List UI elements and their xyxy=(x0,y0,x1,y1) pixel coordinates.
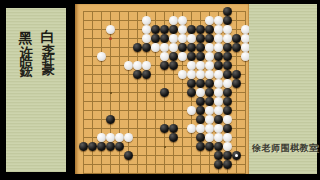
white-stone xyxy=(151,43,160,52)
white-stone xyxy=(196,61,205,70)
watermark-text: 徐老师围棋教室 xyxy=(252,142,316,155)
black-stone xyxy=(169,52,178,61)
white-stone xyxy=(214,16,223,25)
black-stone xyxy=(187,25,196,34)
black-stone xyxy=(160,25,169,34)
black-stone xyxy=(205,79,214,88)
white-stone xyxy=(214,70,223,79)
black-stone xyxy=(232,43,241,52)
white-stone xyxy=(205,133,214,142)
white-stone xyxy=(106,25,115,34)
black-stone xyxy=(187,88,196,97)
black-stone xyxy=(232,34,241,43)
white-stone xyxy=(196,124,205,133)
player-name-panel: 黑 许皓鋐 白 李轩豪 xyxy=(6,8,66,172)
black-stone xyxy=(196,115,205,124)
black-stone xyxy=(196,79,205,88)
black-stone xyxy=(133,70,142,79)
white-stone xyxy=(214,124,223,133)
white-stone xyxy=(97,133,106,142)
black-stone xyxy=(223,16,232,25)
broadcast-frame: 黑 许皓鋐 白 李轩豪 徐老师围棋教室 xyxy=(0,0,320,180)
black-stone xyxy=(223,7,232,16)
black-stone xyxy=(124,151,133,160)
white-stone xyxy=(178,34,187,43)
black-stone xyxy=(223,52,232,61)
white-stone xyxy=(187,34,196,43)
black-stone xyxy=(160,88,169,97)
white-stone xyxy=(205,43,214,52)
black-stone xyxy=(151,34,160,43)
white-stone xyxy=(214,133,223,142)
black-stone xyxy=(196,25,205,34)
black-stone xyxy=(223,70,232,79)
black-stone xyxy=(160,61,169,70)
red-dot-marker xyxy=(109,37,112,40)
white-stone xyxy=(205,61,214,70)
star-point xyxy=(164,146,166,148)
white-stone xyxy=(178,52,187,61)
black-stone xyxy=(223,124,232,133)
white-stone xyxy=(115,133,124,142)
black-stone xyxy=(223,88,232,97)
black-stone xyxy=(205,88,214,97)
black-player-column: 黑 许皓鋐 xyxy=(17,20,35,62)
white-stone xyxy=(205,106,214,115)
white-stone xyxy=(160,43,169,52)
black-stone xyxy=(205,142,214,151)
black-stone xyxy=(214,52,223,61)
white-stone xyxy=(214,97,223,106)
black-stone xyxy=(169,25,178,34)
black-stone xyxy=(115,142,124,151)
black-stone xyxy=(169,133,178,142)
white-stone xyxy=(142,25,151,34)
white-stone xyxy=(223,25,232,34)
white-stone xyxy=(214,88,223,97)
black-stone xyxy=(142,70,151,79)
black-stone xyxy=(79,142,88,151)
black-stone xyxy=(205,34,214,43)
white-stone xyxy=(106,133,115,142)
black-stone xyxy=(214,160,223,169)
white-stone xyxy=(124,61,133,70)
go-board xyxy=(75,4,249,174)
white-stone xyxy=(223,142,232,151)
black-stone xyxy=(106,142,115,151)
last-move-marker xyxy=(235,154,238,157)
star-point xyxy=(110,92,112,94)
white-stone xyxy=(223,34,232,43)
white-stone xyxy=(205,16,214,25)
white-stone xyxy=(97,52,106,61)
white-stone xyxy=(214,79,223,88)
white-stone xyxy=(223,133,232,142)
black-stone xyxy=(214,142,223,151)
black-stone xyxy=(196,34,205,43)
black-stone xyxy=(160,34,169,43)
right-tatami-panel: 徐老师围棋教室 xyxy=(249,4,317,174)
black-stone xyxy=(142,43,151,52)
white-stone xyxy=(169,34,178,43)
black-stone xyxy=(223,61,232,70)
white-stone xyxy=(205,115,214,124)
white-stone xyxy=(169,16,178,25)
black-stone xyxy=(151,25,160,34)
black-player-name: 许皓鋐 xyxy=(17,35,35,62)
white-stone xyxy=(187,124,196,133)
white-player-column: 白 李轩豪 xyxy=(39,18,57,60)
white-stone xyxy=(196,70,205,79)
black-stone xyxy=(205,97,214,106)
black-stone xyxy=(223,160,232,169)
black-stone xyxy=(169,124,178,133)
black-stone xyxy=(214,115,223,124)
white-stone xyxy=(223,115,232,124)
black-stone xyxy=(133,43,142,52)
black-stone xyxy=(196,106,205,115)
white-stone xyxy=(214,34,223,43)
black-stone xyxy=(232,70,241,79)
black-stone xyxy=(232,79,241,88)
black-stone xyxy=(196,133,205,142)
white-stone xyxy=(178,70,187,79)
white-stone xyxy=(169,43,178,52)
white-stone xyxy=(178,25,187,34)
white-stone xyxy=(214,106,223,115)
white-stone xyxy=(205,124,214,133)
white-stone xyxy=(160,52,169,61)
white-stone xyxy=(187,70,196,79)
white-stone xyxy=(223,79,232,88)
white-stone xyxy=(133,61,142,70)
black-stone xyxy=(214,151,223,160)
black-stone xyxy=(160,124,169,133)
black-stone xyxy=(223,97,232,106)
black-stone xyxy=(196,52,205,61)
white-stone xyxy=(196,88,205,97)
black-stone xyxy=(223,151,232,160)
white-stone xyxy=(187,61,196,70)
white-stone xyxy=(142,16,151,25)
white-stone xyxy=(142,61,151,70)
black-stone xyxy=(88,142,97,151)
white-stone xyxy=(205,70,214,79)
white-stone xyxy=(178,16,187,25)
black-stone xyxy=(214,61,223,70)
black-stone xyxy=(187,43,196,52)
black-stone xyxy=(169,61,178,70)
white-stone xyxy=(214,43,223,52)
black-stone xyxy=(196,97,205,106)
black-stone xyxy=(187,79,196,88)
black-stone xyxy=(178,43,187,52)
white-stone xyxy=(187,106,196,115)
white-stone xyxy=(205,52,214,61)
white-player-name: 李轩豪 xyxy=(39,33,57,60)
black-stone xyxy=(187,52,196,61)
black-stone xyxy=(223,106,232,115)
black-stone xyxy=(205,25,214,34)
white-stone xyxy=(124,133,133,142)
white-stone xyxy=(142,34,151,43)
black-stone xyxy=(196,43,205,52)
black-stone xyxy=(196,142,205,151)
black-stone xyxy=(106,115,115,124)
black-stone xyxy=(97,142,106,151)
white-stone xyxy=(214,25,223,34)
black-stone xyxy=(223,43,232,52)
